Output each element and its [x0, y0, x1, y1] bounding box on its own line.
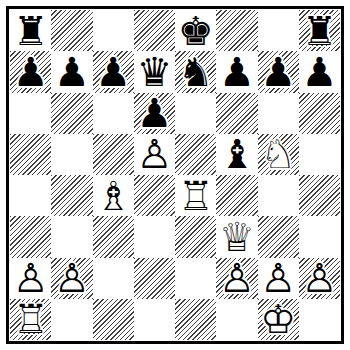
square-f8[interactable] [216, 10, 257, 51]
square-f4[interactable] [216, 175, 257, 216]
piece-black-king[interactable]: ♚♚ [175, 10, 216, 51]
piece-glyph: ♟ [10, 51, 51, 92]
square-a1[interactable]: ♜♖ [10, 299, 51, 340]
square-g3[interactable] [258, 216, 299, 257]
square-d7[interactable]: ♛♛ [134, 51, 175, 92]
square-h2[interactable]: ♟♙ [299, 258, 340, 299]
piece-glyph: ♖ [10, 299, 51, 340]
piece-glyph: ♕ [216, 216, 257, 257]
piece-black-pawn[interactable]: ♟♟ [216, 51, 257, 92]
piece-black-rook[interactable]: ♜♜ [10, 10, 51, 51]
square-a6[interactable] [10, 93, 51, 134]
square-e8[interactable]: ♚♚ [175, 10, 216, 51]
piece-glyph: ♙ [134, 134, 175, 175]
piece-halo: ♟ [51, 258, 92, 299]
piece-halo: ♝ [216, 134, 257, 175]
piece-black-bishop[interactable]: ♝♝ [216, 134, 257, 175]
piece-halo: ♞ [258, 134, 299, 175]
square-b2[interactable]: ♟♙ [51, 258, 92, 299]
square-f1[interactable] [216, 299, 257, 340]
board-frame: ♜♜♚♚♜♜♟♟♟♟♟♟♛♛♞♞♟♟♟♟♟♟♟♟♟♙♝♝♞♘♝♗♜♖♛♕♟♙♟♙… [6, 6, 344, 344]
square-h3[interactable] [299, 216, 340, 257]
piece-glyph: ♟ [51, 51, 92, 92]
piece-halo: ♝ [93, 175, 134, 216]
piece-glyph: ♟ [93, 51, 134, 92]
square-h7[interactable]: ♟♟ [299, 51, 340, 92]
piece-halo: ♜ [10, 10, 51, 51]
piece-glyph: ♙ [299, 258, 340, 299]
piece-halo: ♟ [51, 51, 92, 92]
piece-black-pawn[interactable]: ♟♟ [299, 51, 340, 92]
square-f7[interactable]: ♟♟ [216, 51, 257, 92]
piece-glyph: ♔ [258, 299, 299, 340]
square-c5[interactable] [93, 134, 134, 175]
square-e5[interactable] [175, 134, 216, 175]
square-b3[interactable] [51, 216, 92, 257]
piece-white-pawn[interactable]: ♟♙ [51, 258, 92, 299]
square-e1[interactable] [175, 299, 216, 340]
piece-white-bishop[interactable]: ♝♗ [93, 175, 134, 216]
piece-white-pawn[interactable]: ♟♙ [258, 258, 299, 299]
square-e6[interactable] [175, 93, 216, 134]
square-d1[interactable] [134, 299, 175, 340]
piece-black-rook[interactable]: ♜♜ [299, 10, 340, 51]
square-e2[interactable] [175, 258, 216, 299]
piece-glyph: ♙ [258, 258, 299, 299]
square-g5[interactable]: ♞♘ [258, 134, 299, 175]
piece-white-pawn[interactable]: ♟♙ [299, 258, 340, 299]
piece-halo: ♟ [134, 93, 175, 134]
piece-glyph: ♜ [10, 10, 51, 51]
square-h8[interactable]: ♜♜ [299, 10, 340, 51]
piece-halo: ♜ [175, 175, 216, 216]
square-a2[interactable]: ♟♙ [10, 258, 51, 299]
piece-black-pawn[interactable]: ♟♟ [93, 51, 134, 92]
piece-glyph: ♘ [258, 134, 299, 175]
piece-white-rook[interactable]: ♜♖ [175, 175, 216, 216]
piece-glyph: ♝ [216, 134, 257, 175]
piece-halo: ♟ [258, 51, 299, 92]
square-g6[interactable] [258, 93, 299, 134]
piece-glyph: ♟ [299, 51, 340, 92]
square-g7[interactable]: ♟♟ [258, 51, 299, 92]
square-a7[interactable]: ♟♟ [10, 51, 51, 92]
square-c6[interactable] [93, 93, 134, 134]
piece-glyph: ♙ [51, 258, 92, 299]
piece-halo: ♜ [299, 10, 340, 51]
square-e7[interactable]: ♞♞ [175, 51, 216, 92]
piece-glyph: ♙ [10, 258, 51, 299]
square-b1[interactable] [51, 299, 92, 340]
square-h5[interactable] [299, 134, 340, 175]
square-a8[interactable]: ♜♜ [10, 10, 51, 51]
piece-white-queen[interactable]: ♛♕ [216, 216, 257, 257]
piece-glyph: ♖ [175, 175, 216, 216]
piece-glyph: ♟ [216, 51, 257, 92]
square-a3[interactable] [10, 216, 51, 257]
square-f5[interactable]: ♝♝ [216, 134, 257, 175]
piece-halo: ♟ [10, 51, 51, 92]
piece-halo: ♛ [216, 216, 257, 257]
piece-halo: ♛ [134, 51, 175, 92]
piece-halo: ♚ [175, 10, 216, 51]
piece-halo: ♜ [10, 299, 51, 340]
piece-black-pawn[interactable]: ♟♟ [10, 51, 51, 92]
square-b6[interactable] [51, 93, 92, 134]
piece-glyph: ♛ [134, 51, 175, 92]
chess-board: ♜♜♚♚♜♜♟♟♟♟♟♟♛♛♞♞♟♟♟♟♟♟♟♟♟♙♝♝♞♘♝♗♜♖♛♕♟♙♟♙… [10, 10, 340, 340]
piece-black-pawn[interactable]: ♟♟ [258, 51, 299, 92]
square-h4[interactable] [299, 175, 340, 216]
square-a4[interactable] [10, 175, 51, 216]
square-h6[interactable] [299, 93, 340, 134]
square-d6[interactable]: ♟♟ [134, 93, 175, 134]
square-c8[interactable] [93, 10, 134, 51]
square-c7[interactable]: ♟♟ [93, 51, 134, 92]
square-b7[interactable]: ♟♟ [51, 51, 92, 92]
square-g1[interactable]: ♚♔ [258, 299, 299, 340]
piece-halo: ♟ [134, 134, 175, 175]
square-e3[interactable] [175, 216, 216, 257]
piece-halo: ♚ [258, 299, 299, 340]
piece-white-pawn[interactable]: ♟♙ [10, 258, 51, 299]
piece-halo: ♞ [175, 51, 216, 92]
square-e4[interactable]: ♜♖ [175, 175, 216, 216]
piece-black-queen[interactable]: ♛♛ [134, 51, 175, 92]
piece-white-rook[interactable]: ♜♖ [10, 299, 51, 340]
piece-black-knight[interactable]: ♞♞ [175, 51, 216, 92]
piece-glyph: ♙ [216, 258, 257, 299]
piece-glyph: ♟ [258, 51, 299, 92]
piece-white-pawn[interactable]: ♟♙ [216, 258, 257, 299]
piece-halo: ♟ [216, 258, 257, 299]
square-g2[interactable]: ♟♙ [258, 258, 299, 299]
piece-halo: ♟ [93, 51, 134, 92]
piece-black-pawn[interactable]: ♟♟ [51, 51, 92, 92]
square-b4[interactable] [51, 175, 92, 216]
square-a5[interactable] [10, 134, 51, 175]
piece-halo: ♟ [299, 51, 340, 92]
piece-glyph: ♗ [93, 175, 134, 216]
piece-white-knight[interactable]: ♞♘ [258, 134, 299, 175]
piece-white-king[interactable]: ♚♔ [258, 299, 299, 340]
piece-halo: ♟ [216, 51, 257, 92]
square-d2[interactable] [134, 258, 175, 299]
square-f2[interactable]: ♟♙ [216, 258, 257, 299]
square-d5[interactable]: ♟♙ [134, 134, 175, 175]
piece-black-pawn[interactable]: ♟♟ [134, 93, 175, 134]
square-g4[interactable] [258, 175, 299, 216]
square-c4[interactable]: ♝♗ [93, 175, 134, 216]
square-c3[interactable] [93, 216, 134, 257]
piece-halo: ♟ [258, 258, 299, 299]
piece-halo: ♟ [10, 258, 51, 299]
piece-glyph: ♞ [175, 51, 216, 92]
square-f6[interactable] [216, 93, 257, 134]
piece-white-pawn[interactable]: ♟♙ [134, 134, 175, 175]
square-b8[interactable] [51, 10, 92, 51]
piece-glyph: ♚ [175, 10, 216, 51]
square-c1[interactable] [93, 299, 134, 340]
piece-glyph: ♟ [134, 93, 175, 134]
square-d4[interactable] [134, 175, 175, 216]
square-c2[interactable] [93, 258, 134, 299]
square-d8[interactable] [134, 10, 175, 51]
square-f3[interactable]: ♛♕ [216, 216, 257, 257]
square-g8[interactable] [258, 10, 299, 51]
piece-glyph: ♜ [299, 10, 340, 51]
square-d3[interactable] [134, 216, 175, 257]
square-b5[interactable] [51, 134, 92, 175]
piece-halo: ♟ [299, 258, 340, 299]
square-h1[interactable] [299, 299, 340, 340]
